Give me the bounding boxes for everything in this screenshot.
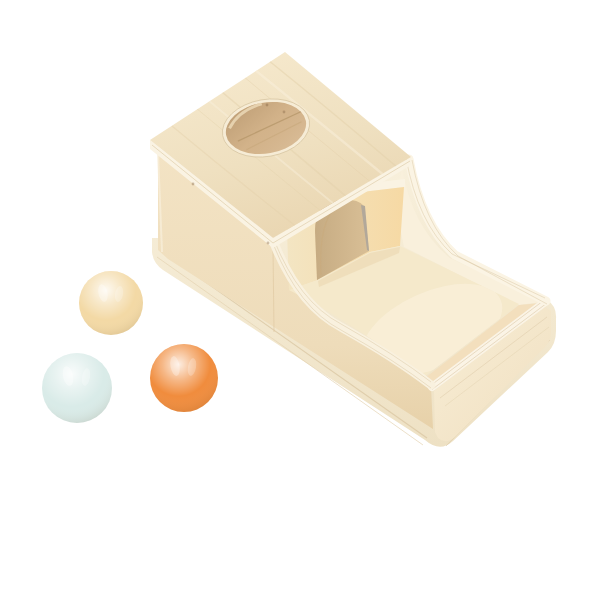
screw-dot [283, 111, 286, 114]
orange-ball [150, 344, 218, 412]
wooden-balls [42, 271, 218, 423]
product-photo: Light wooden object permanence box toy: … [0, 0, 600, 600]
light-blue-ball-shading [42, 353, 112, 423]
object-permanence-box-illustration [0, 0, 600, 600]
screw-dot [192, 183, 195, 186]
cream-ball-shading [79, 271, 143, 335]
orange-ball-shading [150, 344, 218, 412]
light-blue-ball [42, 353, 112, 423]
screw-dot [266, 104, 269, 107]
cream-ball [79, 271, 143, 335]
screw-dot [267, 242, 270, 245]
